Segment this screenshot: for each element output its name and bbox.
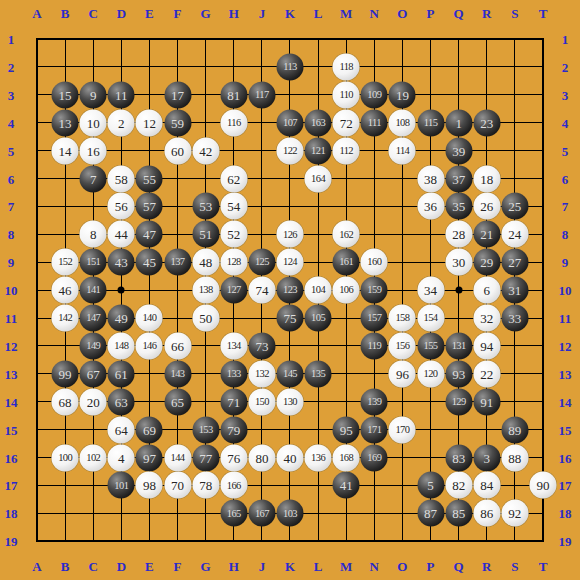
column-label-bottom: Q <box>454 560 464 573</box>
column-label-top: C <box>89 7 98 20</box>
black-stone-159[interactable]: 159 <box>361 277 388 304</box>
white-stone-82[interactable]: 82 <box>445 472 472 499</box>
black-stone-133[interactable]: 133 <box>220 360 247 387</box>
black-stone-31[interactable]: 31 <box>501 277 528 304</box>
black-stone-37[interactable]: 37 <box>445 165 472 192</box>
white-stone-88[interactable]: 88 <box>501 444 528 471</box>
column-label-top: R <box>482 7 491 20</box>
column-label-top: Q <box>454 7 464 20</box>
black-stone-15[interactable]: 15 <box>52 81 79 108</box>
column-label-top: T <box>539 7 548 20</box>
black-stone-149[interactable]: 149 <box>80 332 107 359</box>
white-stone-146[interactable]: 146 <box>136 332 163 359</box>
white-stone-32[interactable]: 32 <box>473 305 500 332</box>
white-stone-74[interactable]: 74 <box>248 277 275 304</box>
row-label-right: 12 <box>559 339 572 352</box>
black-stone-43[interactable]: 43 <box>108 249 135 276</box>
column-label-bottom: N <box>370 560 379 573</box>
white-stone-62[interactable]: 62 <box>220 165 247 192</box>
black-stone-105[interactable]: 105 <box>305 305 332 332</box>
black-stone-95[interactable]: 95 <box>333 416 360 443</box>
black-stone-5[interactable]: 5 <box>417 472 444 499</box>
black-stone-155[interactable]: 155 <box>417 332 444 359</box>
black-stone-147[interactable]: 147 <box>80 305 107 332</box>
black-stone-73[interactable]: 73 <box>248 332 275 359</box>
row-label-right: 19 <box>559 535 572 548</box>
column-label-top: H <box>229 7 239 20</box>
black-stone-121[interactable]: 121 <box>305 137 332 164</box>
white-stone-92[interactable]: 92 <box>501 500 528 527</box>
row-label-left: 10 <box>5 284 18 297</box>
white-stone-128[interactable]: 128 <box>220 249 247 276</box>
column-label-bottom: M <box>340 560 352 573</box>
black-stone-131[interactable]: 131 <box>445 332 472 359</box>
column-label-top: K <box>285 7 295 20</box>
white-stone-40[interactable]: 40 <box>276 444 303 471</box>
white-stone-38[interactable]: 38 <box>417 165 444 192</box>
black-stone-143[interactable]: 143 <box>164 360 191 387</box>
black-stone-25[interactable]: 25 <box>501 193 528 220</box>
white-stone-134[interactable]: 134 <box>220 332 247 359</box>
row-label-left: 9 <box>8 256 15 269</box>
row-label-right: 6 <box>562 172 569 185</box>
black-stone-157[interactable]: 157 <box>361 305 388 332</box>
row-label-left: 15 <box>5 423 18 436</box>
white-stone-110[interactable]: 110 <box>333 81 360 108</box>
white-stone-132[interactable]: 132 <box>248 360 275 387</box>
white-stone-10[interactable]: 10 <box>80 109 107 136</box>
row-label-right: 17 <box>559 479 572 492</box>
white-stone-78[interactable]: 78 <box>192 472 219 499</box>
row-label-right: 4 <box>562 116 569 129</box>
black-stone-81[interactable]: 81 <box>220 81 247 108</box>
column-label-bottom: J <box>259 560 266 573</box>
white-stone-18[interactable]: 18 <box>473 165 500 192</box>
black-stone-161[interactable]: 161 <box>333 249 360 276</box>
white-stone-160[interactable]: 160 <box>361 249 388 276</box>
white-stone-120[interactable]: 120 <box>417 360 444 387</box>
row-label-right: 15 <box>559 423 572 436</box>
row-label-right: 1 <box>562 33 569 46</box>
column-label-bottom: C <box>89 560 98 573</box>
row-label-right: 18 <box>559 507 572 520</box>
black-stone-9[interactable]: 9 <box>80 81 107 108</box>
black-stone-35[interactable]: 35 <box>445 193 472 220</box>
white-stone-96[interactable]: 96 <box>389 360 416 387</box>
column-label-top: E <box>145 7 154 20</box>
black-stone-59[interactable]: 59 <box>164 109 191 136</box>
black-stone-103[interactable]: 103 <box>276 500 303 527</box>
black-stone-23[interactable]: 23 <box>473 109 500 136</box>
white-stone-20[interactable]: 20 <box>80 388 107 415</box>
row-label-left: 7 <box>8 200 15 213</box>
black-stone-93[interactable]: 93 <box>445 360 472 387</box>
white-stone-46[interactable]: 46 <box>52 277 79 304</box>
white-stone-56[interactable]: 56 <box>108 193 135 220</box>
black-stone-127[interactable]: 127 <box>220 277 247 304</box>
white-stone-164[interactable]: 164 <box>305 165 332 192</box>
black-stone-129[interactable]: 129 <box>445 388 472 415</box>
column-label-top: J <box>259 7 266 20</box>
black-stone-63[interactable]: 63 <box>108 388 135 415</box>
row-label-left: 6 <box>8 172 15 185</box>
black-stone-57[interactable]: 57 <box>136 193 163 220</box>
column-label-bottom: K <box>285 560 295 573</box>
white-stone-168[interactable]: 168 <box>333 444 360 471</box>
column-label-top: M <box>340 7 352 20</box>
black-stone-91[interactable]: 91 <box>473 388 500 415</box>
black-stone-101[interactable]: 101 <box>108 472 135 499</box>
black-stone-171[interactable]: 171 <box>361 416 388 443</box>
white-stone-130[interactable]: 130 <box>276 388 303 415</box>
row-label-right: 14 <box>559 395 572 408</box>
black-stone-135[interactable]: 135 <box>305 360 332 387</box>
white-stone-166[interactable]: 166 <box>220 472 247 499</box>
row-label-right: 13 <box>559 367 572 380</box>
black-stone-75[interactable]: 75 <box>276 305 303 332</box>
white-stone-104[interactable]: 104 <box>305 277 332 304</box>
column-label-bottom: H <box>229 560 239 573</box>
column-label-bottom: S <box>511 560 518 573</box>
row-label-right: 7 <box>562 200 569 213</box>
black-stone-107[interactable]: 107 <box>276 109 303 136</box>
black-stone-27[interactable]: 27 <box>501 249 528 276</box>
white-stone-34[interactable]: 34 <box>417 277 444 304</box>
white-stone-152[interactable]: 152 <box>52 249 79 276</box>
white-stone-50[interactable]: 50 <box>192 305 219 332</box>
row-label-left: 2 <box>8 60 15 73</box>
column-label-bottom: L <box>314 560 323 573</box>
white-stone-118[interactable]: 118 <box>333 53 360 80</box>
white-stone-72[interactable]: 72 <box>333 109 360 136</box>
white-stone-22[interactable]: 22 <box>473 360 500 387</box>
white-stone-76[interactable]: 76 <box>220 444 247 471</box>
white-stone-54[interactable]: 54 <box>220 193 247 220</box>
white-stone-124[interactable]: 124 <box>276 249 303 276</box>
black-stone-163[interactable]: 163 <box>305 109 332 136</box>
white-stone-136[interactable]: 136 <box>305 444 332 471</box>
white-stone-4[interactable]: 4 <box>108 444 135 471</box>
column-label-top: N <box>370 7 379 20</box>
white-stone-68[interactable]: 68 <box>52 388 79 415</box>
row-label-left: 8 <box>8 228 15 241</box>
star-point <box>118 287 125 294</box>
row-label-left: 18 <box>5 507 18 520</box>
black-stone-1[interactable]: 1 <box>445 109 472 136</box>
white-stone-126[interactable]: 126 <box>276 221 303 248</box>
white-stone-26[interactable]: 26 <box>473 193 500 220</box>
white-stone-102[interactable]: 102 <box>80 444 107 471</box>
go-board-diagram: AABBCCDDEEFFGGHHJJKKLLMMNNOOPPQQRRSSTT11… <box>0 0 580 580</box>
row-label-left: 14 <box>5 395 18 408</box>
white-stone-80[interactable]: 80 <box>248 444 275 471</box>
white-stone-98[interactable]: 98 <box>136 472 163 499</box>
white-stone-112[interactable]: 112 <box>333 137 360 164</box>
row-label-left: 12 <box>5 339 18 352</box>
white-stone-156[interactable]: 156 <box>389 332 416 359</box>
black-stone-51[interactable]: 51 <box>192 221 219 248</box>
column-label-bottom: D <box>117 560 126 573</box>
white-stone-142[interactable]: 142 <box>52 305 79 332</box>
black-stone-169[interactable]: 169 <box>361 444 388 471</box>
column-label-top: D <box>117 7 126 20</box>
black-stone-167[interactable]: 167 <box>248 500 275 527</box>
white-stone-14[interactable]: 14 <box>52 137 79 164</box>
black-stone-125[interactable]: 125 <box>248 249 275 276</box>
white-stone-58[interactable]: 58 <box>108 165 135 192</box>
white-stone-162[interactable]: 162 <box>333 221 360 248</box>
white-stone-2[interactable]: 2 <box>108 109 135 136</box>
white-stone-84[interactable]: 84 <box>473 472 500 499</box>
white-stone-36[interactable]: 36 <box>417 193 444 220</box>
black-stone-47[interactable]: 47 <box>136 221 163 248</box>
black-stone-111[interactable]: 111 <box>361 109 388 136</box>
column-label-bottom: B <box>61 560 70 573</box>
row-label-right: 3 <box>562 88 569 101</box>
white-stone-60[interactable]: 60 <box>164 137 191 164</box>
row-label-left: 16 <box>5 451 18 464</box>
white-stone-86[interactable]: 86 <box>473 500 500 527</box>
black-stone-41[interactable]: 41 <box>333 472 360 499</box>
black-stone-123[interactable]: 123 <box>276 277 303 304</box>
column-label-top: F <box>174 7 182 20</box>
row-label-left: 19 <box>5 535 18 548</box>
column-label-top: A <box>32 7 41 20</box>
row-label-right: 9 <box>562 256 569 269</box>
black-stone-29[interactable]: 29 <box>473 249 500 276</box>
column-label-top: P <box>427 7 435 20</box>
black-stone-65[interactable]: 65 <box>164 388 191 415</box>
white-stone-42[interactable]: 42 <box>192 137 219 164</box>
white-stone-12[interactable]: 12 <box>136 109 163 136</box>
black-stone-53[interactable]: 53 <box>192 193 219 220</box>
white-stone-148[interactable]: 148 <box>108 332 135 359</box>
white-stone-106[interactable]: 106 <box>333 277 360 304</box>
black-stone-99[interactable]: 99 <box>52 360 79 387</box>
white-stone-30[interactable]: 30 <box>445 249 472 276</box>
black-stone-61[interactable]: 61 <box>108 360 135 387</box>
black-stone-13[interactable]: 13 <box>52 109 79 136</box>
row-label-right: 2 <box>562 60 569 73</box>
row-label-left: 5 <box>8 144 15 157</box>
black-stone-71[interactable]: 71 <box>220 388 247 415</box>
column-label-top: L <box>314 7 323 20</box>
black-stone-141[interactable]: 141 <box>80 277 107 304</box>
column-label-top: G <box>201 7 211 20</box>
column-label-bottom: O <box>397 560 407 573</box>
black-stone-7[interactable]: 7 <box>80 165 107 192</box>
black-stone-85[interactable]: 85 <box>445 500 472 527</box>
white-stone-144[interactable]: 144 <box>164 444 191 471</box>
black-stone-17[interactable]: 17 <box>164 81 191 108</box>
column-label-bottom: G <box>201 560 211 573</box>
black-stone-69[interactable]: 69 <box>136 416 163 443</box>
row-label-left: 11 <box>5 312 17 325</box>
black-stone-97[interactable]: 97 <box>136 444 163 471</box>
black-stone-83[interactable]: 83 <box>445 444 472 471</box>
row-label-left: 17 <box>5 479 18 492</box>
white-stone-94[interactable]: 94 <box>473 332 500 359</box>
column-label-bottom: F <box>174 560 182 573</box>
white-stone-140[interactable]: 140 <box>136 305 163 332</box>
black-stone-77[interactable]: 77 <box>192 444 219 471</box>
white-stone-150[interactable]: 150 <box>248 388 275 415</box>
column-label-top: B <box>61 7 70 20</box>
row-label-left: 3 <box>8 88 15 101</box>
black-stone-137[interactable]: 137 <box>164 249 191 276</box>
row-label-left: 13 <box>5 367 18 380</box>
black-stone-145[interactable]: 145 <box>276 360 303 387</box>
white-stone-90[interactable]: 90 <box>529 472 556 499</box>
white-stone-116[interactable]: 116 <box>220 109 247 136</box>
white-stone-158[interactable]: 158 <box>389 305 416 332</box>
row-label-right: 11 <box>559 312 571 325</box>
white-stone-16[interactable]: 16 <box>80 137 107 164</box>
black-stone-139[interactable]: 139 <box>361 388 388 415</box>
black-stone-165[interactable]: 165 <box>220 500 247 527</box>
column-label-top: O <box>397 7 407 20</box>
black-stone-3[interactable]: 3 <box>473 444 500 471</box>
black-stone-19[interactable]: 19 <box>389 81 416 108</box>
white-stone-114[interactable]: 114 <box>389 137 416 164</box>
column-label-bottom: R <box>482 560 491 573</box>
white-stone-6[interactable]: 6 <box>473 277 500 304</box>
black-stone-117[interactable]: 117 <box>248 81 275 108</box>
black-stone-153[interactable]: 153 <box>192 416 219 443</box>
white-stone-122[interactable]: 122 <box>276 137 303 164</box>
black-stone-151[interactable]: 151 <box>80 249 107 276</box>
white-stone-108[interactable]: 108 <box>389 109 416 136</box>
black-stone-39[interactable]: 39 <box>445 137 472 164</box>
row-label-left: 1 <box>8 33 15 46</box>
black-stone-67[interactable]: 67 <box>80 360 107 387</box>
row-label-right: 8 <box>562 228 569 241</box>
row-label-right: 16 <box>559 451 572 464</box>
white-stone-154[interactable]: 154 <box>417 305 444 332</box>
black-stone-21[interactable]: 21 <box>473 221 500 248</box>
white-stone-170[interactable]: 170 <box>389 416 416 443</box>
column-label-bottom: P <box>427 560 435 573</box>
black-stone-33[interactable]: 33 <box>501 305 528 332</box>
column-label-top: S <box>511 7 518 20</box>
column-label-bottom: A <box>32 560 41 573</box>
black-stone-45[interactable]: 45 <box>136 249 163 276</box>
column-label-bottom: T <box>539 560 548 573</box>
white-stone-8[interactable]: 8 <box>80 221 107 248</box>
row-label-right: 5 <box>562 144 569 157</box>
black-stone-55[interactable]: 55 <box>136 165 163 192</box>
row-label-left: 4 <box>8 116 15 129</box>
column-label-bottom: E <box>145 560 154 573</box>
white-stone-48[interactable]: 48 <box>192 249 219 276</box>
white-stone-138[interactable]: 138 <box>192 277 219 304</box>
star-point <box>455 287 462 294</box>
white-stone-52[interactable]: 52 <box>220 221 247 248</box>
white-stone-100[interactable]: 100 <box>52 444 79 471</box>
white-stone-64[interactable]: 64 <box>108 416 135 443</box>
white-stone-70[interactable]: 70 <box>164 472 191 499</box>
black-stone-113[interactable]: 113 <box>276 53 303 80</box>
black-stone-79[interactable]: 79 <box>220 416 247 443</box>
black-stone-89[interactable]: 89 <box>501 416 528 443</box>
black-stone-109[interactable]: 109 <box>361 81 388 108</box>
row-label-right: 10 <box>559 284 572 297</box>
black-stone-11[interactable]: 11 <box>108 81 135 108</box>
black-stone-87[interactable]: 87 <box>417 500 444 527</box>
black-stone-115[interactable]: 115 <box>417 109 444 136</box>
black-stone-119[interactable]: 119 <box>361 332 388 359</box>
white-stone-28[interactable]: 28 <box>445 221 472 248</box>
white-stone-44[interactable]: 44 <box>108 221 135 248</box>
black-stone-49[interactable]: 49 <box>108 305 135 332</box>
white-stone-24[interactable]: 24 <box>501 221 528 248</box>
white-stone-66[interactable]: 66 <box>164 332 191 359</box>
